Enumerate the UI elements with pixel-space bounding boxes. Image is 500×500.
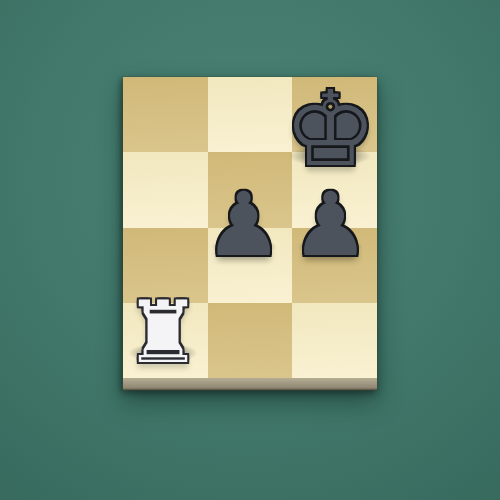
chess-board: ♚♟♟♜ — [123, 77, 377, 390]
square-r1c1[interactable] — [123, 77, 208, 152]
white-rook-icon: ♜ — [125, 289, 202, 375]
screen: { "game": "chess (mini puzzle, 3x4 board… — [0, 0, 500, 500]
square-r1c2[interactable] — [208, 77, 293, 152]
app-background: ♚♟♟♜ — [0, 0, 500, 500]
white-rook[interactable]: ♜ — [123, 289, 203, 378]
black-pawn-icon: ♟ — [204, 181, 283, 269]
square-r2c1[interactable] — [123, 152, 208, 227]
black-king-icon: ♚ — [284, 77, 377, 181]
black-pawn-1[interactable]: ♟ — [203, 181, 283, 266]
black-pawn-icon: ♟ — [291, 181, 370, 269]
black-king[interactable]: ♚ — [284, 77, 377, 181]
black-pawn-2[interactable]: ♟ — [284, 181, 377, 266]
square-r4c3[interactable] — [292, 303, 377, 378]
square-r4c2[interactable] — [208, 303, 293, 378]
